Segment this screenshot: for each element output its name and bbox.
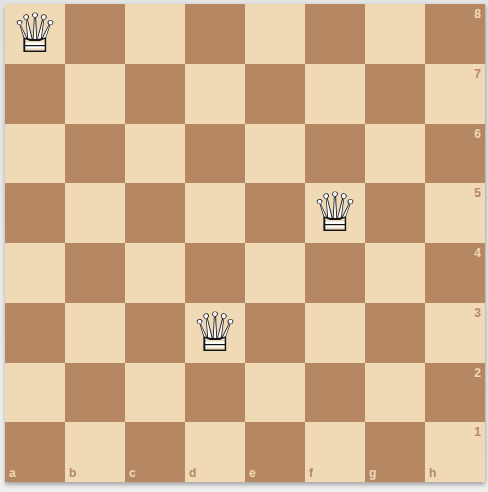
square-c3[interactable] — [125, 303, 185, 363]
square-h8[interactable]: 8 — [425, 4, 485, 64]
square-h1[interactable]: h1 — [425, 422, 485, 482]
white-queen-outline: ♕ — [311, 186, 359, 240]
square-f3[interactable] — [305, 303, 365, 363]
square-g3[interactable] — [365, 303, 425, 363]
square-e1[interactable]: e — [245, 422, 305, 482]
file-label-d: d — [189, 467, 196, 479]
file-label-g: g — [369, 467, 376, 479]
square-e6[interactable] — [245, 124, 305, 184]
square-a6[interactable] — [5, 124, 65, 184]
white-queen-d3[interactable]: ♛♕ — [185, 303, 245, 363]
square-b8[interactable] — [65, 4, 125, 64]
square-g2[interactable] — [365, 363, 425, 423]
square-e7[interactable] — [245, 64, 305, 124]
white-queen-a8[interactable]: ♛♕ — [5, 4, 65, 64]
white-queen-fill: ♛ — [311, 186, 359, 240]
square-g8[interactable] — [365, 4, 425, 64]
square-c8[interactable] — [125, 4, 185, 64]
square-d7[interactable] — [185, 64, 245, 124]
white-queen-f5[interactable]: ♛♕ — [305, 183, 365, 243]
square-e2[interactable] — [245, 363, 305, 423]
square-b4[interactable] — [65, 243, 125, 303]
rank-label-1: 1 — [474, 426, 481, 438]
rank-label-7: 7 — [474, 68, 481, 80]
square-c7[interactable] — [125, 64, 185, 124]
square-g4[interactable] — [365, 243, 425, 303]
square-f4[interactable] — [305, 243, 365, 303]
square-a4[interactable] — [5, 243, 65, 303]
rank-label-6: 6 — [474, 128, 481, 140]
square-f7[interactable] — [305, 64, 365, 124]
rank-label-4: 4 — [474, 247, 481, 259]
square-e5[interactable] — [245, 183, 305, 243]
square-b1[interactable]: b — [65, 422, 125, 482]
square-f5[interactable]: ♛♕ — [305, 183, 365, 243]
square-h6[interactable]: 6 — [425, 124, 485, 184]
square-d2[interactable] — [185, 363, 245, 423]
square-g7[interactable] — [365, 64, 425, 124]
square-a5[interactable] — [5, 183, 65, 243]
square-f6[interactable] — [305, 124, 365, 184]
square-a3[interactable] — [5, 303, 65, 363]
file-label-f: f — [309, 467, 313, 479]
file-label-b: b — [69, 467, 76, 479]
square-h4[interactable]: 4 — [425, 243, 485, 303]
square-d6[interactable] — [185, 124, 245, 184]
square-d1[interactable]: d — [185, 422, 245, 482]
chess-app-window: ♛♕876♛♕54♛♕32abcdefgh1 — [0, 0, 488, 492]
square-c5[interactable] — [125, 183, 185, 243]
rank-label-2: 2 — [474, 367, 481, 379]
square-d3[interactable]: ♛♕ — [185, 303, 245, 363]
square-f2[interactable] — [305, 363, 365, 423]
square-d8[interactable] — [185, 4, 245, 64]
square-b5[interactable] — [65, 183, 125, 243]
square-b6[interactable] — [65, 124, 125, 184]
square-e3[interactable] — [245, 303, 305, 363]
square-h7[interactable]: 7 — [425, 64, 485, 124]
square-h3[interactable]: 3 — [425, 303, 485, 363]
square-a2[interactable] — [5, 363, 65, 423]
square-d5[interactable] — [185, 183, 245, 243]
square-a8[interactable]: ♛♕ — [5, 4, 65, 64]
square-d4[interactable] — [185, 243, 245, 303]
file-label-a: a — [9, 467, 16, 479]
square-g5[interactable] — [365, 183, 425, 243]
square-b3[interactable] — [65, 303, 125, 363]
square-f1[interactable]: f — [305, 422, 365, 482]
file-label-c: c — [129, 467, 136, 479]
square-g6[interactable] — [365, 124, 425, 184]
square-c1[interactable]: c — [125, 422, 185, 482]
file-label-h: h — [429, 467, 436, 479]
white-queen-outline: ♕ — [11, 7, 59, 61]
square-f8[interactable] — [305, 4, 365, 64]
square-h5[interactable]: 5 — [425, 183, 485, 243]
rank-label-5: 5 — [474, 187, 481, 199]
square-h2[interactable]: 2 — [425, 363, 485, 423]
white-queen-fill: ♛ — [191, 306, 239, 360]
square-e8[interactable] — [245, 4, 305, 64]
chess-board: ♛♕876♛♕54♛♕32abcdefgh1 — [5, 4, 485, 482]
square-a7[interactable] — [5, 64, 65, 124]
square-c2[interactable] — [125, 363, 185, 423]
rank-label-8: 8 — [474, 8, 481, 20]
square-b7[interactable] — [65, 64, 125, 124]
file-label-e: e — [249, 467, 256, 479]
square-e4[interactable] — [245, 243, 305, 303]
rank-label-3: 3 — [474, 307, 481, 319]
square-a1[interactable]: a — [5, 422, 65, 482]
square-c6[interactable] — [125, 124, 185, 184]
white-queen-outline: ♕ — [191, 306, 239, 360]
white-queen-fill: ♛ — [11, 7, 59, 61]
square-c4[interactable] — [125, 243, 185, 303]
square-g1[interactable]: g — [365, 422, 425, 482]
square-b2[interactable] — [65, 363, 125, 423]
